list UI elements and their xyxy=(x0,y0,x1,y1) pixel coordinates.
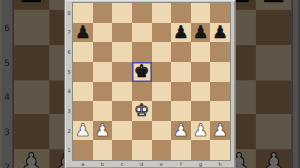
square-c4[interactable] xyxy=(112,82,132,102)
square-c8[interactable] xyxy=(112,3,132,23)
file-label-c: c xyxy=(112,160,132,168)
rank-label-3: 3 xyxy=(0,114,14,149)
square-g4[interactable] xyxy=(191,82,211,102)
square-a8[interactable] xyxy=(73,3,93,23)
black-pawn[interactable]: ♟ xyxy=(212,23,228,41)
rank-label-2: 2 xyxy=(0,149,14,168)
square-a2: ♟ xyxy=(14,149,49,168)
square-d2[interactable] xyxy=(132,121,152,141)
rank-label-7: 7 xyxy=(0,0,14,10)
square-h6 xyxy=(257,10,292,45)
square-h2: ♟ xyxy=(257,149,292,168)
square-f5[interactable] xyxy=(171,62,191,82)
square-a5 xyxy=(14,45,49,80)
square-h1[interactable] xyxy=(210,140,230,160)
white-pawn[interactable]: ♟ xyxy=(193,121,209,139)
square-e8[interactable] xyxy=(152,3,172,23)
white-pawn[interactable]: ♟ xyxy=(75,121,91,139)
file-label-h: h xyxy=(210,160,230,168)
square-a1[interactable] xyxy=(73,140,93,160)
square-h6[interactable] xyxy=(210,42,230,62)
video-frame: ♟♟♟♟♚♚♟♟♟♟♟87654321abcdefgh ♟♟♟♟♚♚♟♟♟♟♟8… xyxy=(0,0,300,168)
square-c6[interactable] xyxy=(112,42,132,62)
black-pawn[interactable]: ♟ xyxy=(193,23,209,41)
square-g7[interactable]: ♟ xyxy=(191,23,211,43)
black-king[interactable]: ♚ xyxy=(134,62,150,80)
square-a2[interactable]: ♟ xyxy=(73,121,93,141)
square-a5[interactable] xyxy=(73,62,93,82)
square-f2[interactable]: ♟ xyxy=(171,121,191,141)
rank-label-5: 5 xyxy=(65,62,73,82)
file-label-f: f xyxy=(171,160,191,168)
square-e5[interactable] xyxy=(152,62,172,82)
square-c5[interactable] xyxy=(112,62,132,82)
square-d6[interactable] xyxy=(132,42,152,62)
square-b4[interactable] xyxy=(93,82,113,102)
square-h4 xyxy=(257,80,292,115)
square-a6[interactable] xyxy=(73,42,93,62)
rank-label-8: 8 xyxy=(65,3,73,23)
square-h4[interactable] xyxy=(210,82,230,102)
square-g2[interactable]: ♟ xyxy=(191,121,211,141)
square-b7[interactable] xyxy=(93,23,113,43)
rank-label-7: 7 xyxy=(65,23,73,43)
square-a7[interactable]: ♟ xyxy=(73,23,93,43)
square-a3 xyxy=(14,114,49,149)
file-label-e: e xyxy=(152,160,172,168)
white-pawn[interactable]: ♟ xyxy=(95,121,111,139)
square-g5[interactable] xyxy=(191,62,211,82)
square-e7[interactable] xyxy=(152,23,172,43)
square-d8[interactable] xyxy=(132,3,152,23)
square-a4 xyxy=(14,80,49,115)
square-a7: ♟ xyxy=(14,0,49,10)
white-pawn: ♟ xyxy=(260,150,288,168)
square-b2[interactable]: ♟ xyxy=(93,121,113,141)
main-board-holder: ♟♟♟♟♚♚♟♟♟♟♟87654321abcdefgh xyxy=(65,0,235,168)
square-d4[interactable] xyxy=(132,82,152,102)
white-pawn[interactable]: ♟ xyxy=(173,121,189,139)
square-a6 xyxy=(14,10,49,45)
square-h2[interactable]: ♟ xyxy=(210,121,230,141)
rank-label-4: 4 xyxy=(65,82,73,102)
white-pawn[interactable]: ♟ xyxy=(212,121,228,139)
square-c2[interactable] xyxy=(112,121,132,141)
square-c7[interactable] xyxy=(112,23,132,43)
square-d3[interactable]: ♚ xyxy=(132,101,152,121)
square-d7[interactable] xyxy=(132,23,152,43)
square-a3[interactable] xyxy=(73,101,93,121)
square-e2[interactable] xyxy=(152,121,172,141)
rank-label-6: 6 xyxy=(65,42,73,62)
square-b1[interactable] xyxy=(93,140,113,160)
square-h7[interactable]: ♟ xyxy=(210,23,230,43)
square-f8[interactable] xyxy=(171,3,191,23)
square-h8[interactable] xyxy=(210,3,230,23)
square-d5[interactable]: ♚ xyxy=(132,62,152,82)
square-c1[interactable] xyxy=(112,140,132,160)
square-g3[interactable] xyxy=(191,101,211,121)
square-b6[interactable] xyxy=(93,42,113,62)
black-pawn: ♟ xyxy=(260,0,288,8)
file-label-a: a xyxy=(73,160,93,168)
square-f1[interactable] xyxy=(171,140,191,160)
square-f7[interactable]: ♟ xyxy=(171,23,191,43)
square-h3 xyxy=(257,114,292,149)
square-e4[interactable] xyxy=(152,82,172,102)
square-b8[interactable] xyxy=(93,3,113,23)
black-pawn: ♟ xyxy=(18,0,46,8)
chess-board: ♟♟♟♟♚♚♟♟♟♟♟87654321abcdefgh xyxy=(65,0,235,168)
rank-labels: 87654321 xyxy=(65,3,73,160)
square-e3[interactable] xyxy=(152,101,172,121)
black-pawn[interactable]: ♟ xyxy=(75,23,91,41)
square-h7: ♟ xyxy=(257,0,292,10)
square-f6[interactable] xyxy=(171,42,191,62)
square-e1[interactable] xyxy=(152,140,172,160)
rank-label-1: 1 xyxy=(65,140,73,160)
square-f4[interactable] xyxy=(171,82,191,102)
square-g1[interactable] xyxy=(191,140,211,160)
file-labels: abcdefgh xyxy=(73,160,230,168)
square-h5 xyxy=(257,45,292,80)
rank-label-4: 4 xyxy=(0,80,14,115)
square-e6[interactable] xyxy=(152,42,172,62)
rank-labels: 87654321 xyxy=(0,0,14,168)
black-pawn[interactable]: ♟ xyxy=(173,23,189,41)
white-king[interactable]: ♚ xyxy=(134,102,150,120)
rank-label-5: 5 xyxy=(0,45,14,80)
square-b3[interactable] xyxy=(93,101,113,121)
rank-label-3: 3 xyxy=(65,101,73,121)
square-h3[interactable] xyxy=(210,101,230,121)
square-a4[interactable] xyxy=(73,82,93,102)
white-pawn: ♟ xyxy=(18,150,46,168)
square-g6[interactable] xyxy=(191,42,211,62)
file-label-g: g xyxy=(191,160,211,168)
square-d1[interactable] xyxy=(132,140,152,160)
file-label-b: b xyxy=(93,160,113,168)
square-h5[interactable] xyxy=(210,62,230,82)
square-g8[interactable] xyxy=(191,3,211,23)
square-b5[interactable] xyxy=(93,62,113,82)
rank-label-6: 6 xyxy=(0,10,14,45)
file-label-d: d xyxy=(132,160,152,168)
square-f3[interactable] xyxy=(171,101,191,121)
square-c3[interactable] xyxy=(112,101,132,121)
board-grid: ♟♟♟♟♚♚♟♟♟♟♟ xyxy=(73,3,230,160)
rank-label-2: 2 xyxy=(65,121,73,141)
